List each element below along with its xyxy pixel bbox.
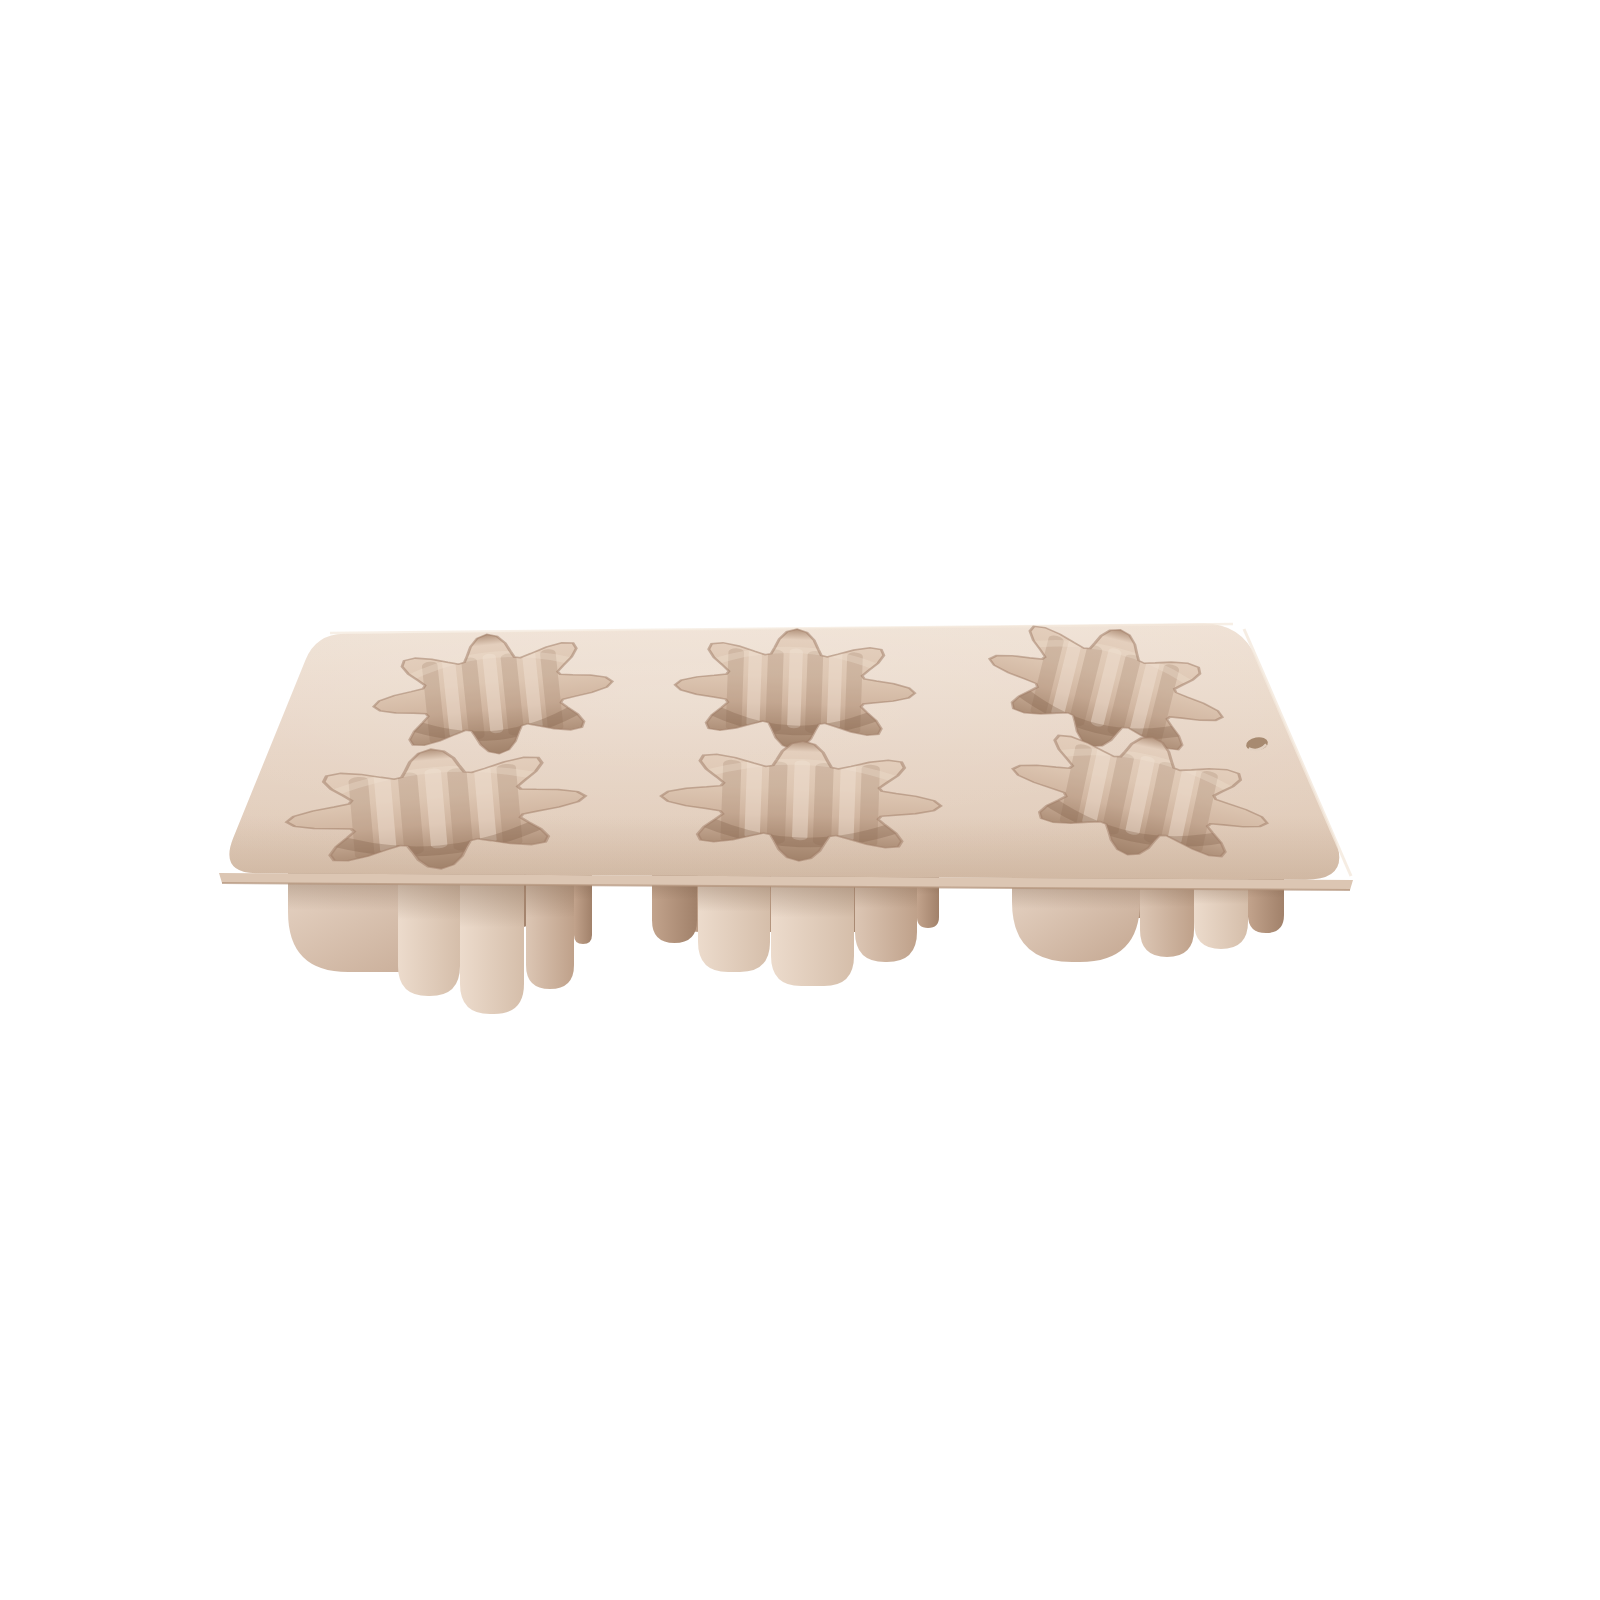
cup-cluster-1 (288, 869, 592, 1014)
baking-mold-illustration (0, 0, 1600, 1600)
product-photo (0, 0, 1600, 1600)
